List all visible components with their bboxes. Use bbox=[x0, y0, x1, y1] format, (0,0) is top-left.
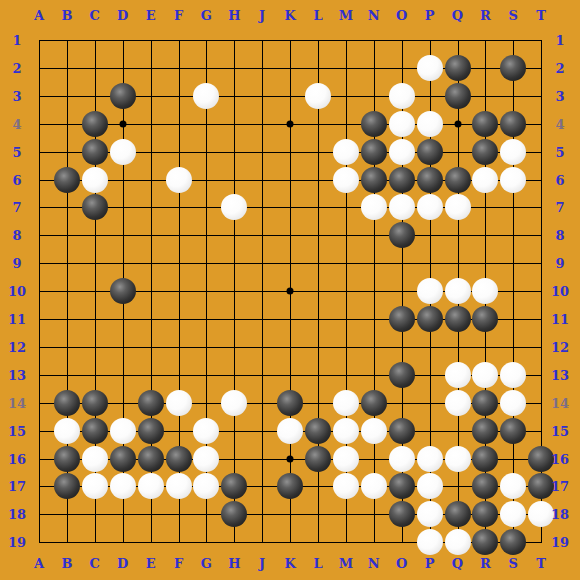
black-stone-R5[interactable] bbox=[472, 139, 498, 165]
white-stone-O5[interactable] bbox=[389, 139, 415, 165]
black-stone-O8[interactable] bbox=[389, 222, 415, 248]
white-stone-O7[interactable] bbox=[389, 194, 415, 220]
star-point-D4 bbox=[119, 120, 126, 127]
coord-label-top-M: M bbox=[339, 9, 353, 22]
coord-label-left-4: 4 bbox=[12, 117, 21, 130]
white-stone-Q13[interactable] bbox=[445, 362, 471, 388]
coord-label-right-6: 6 bbox=[555, 173, 564, 186]
coord-label-bottom-N: N bbox=[368, 557, 380, 570]
white-stone-M14[interactable] bbox=[333, 390, 359, 416]
coord-label-top-E: E bbox=[146, 9, 156, 22]
black-stone-O17[interactable] bbox=[389, 473, 415, 499]
white-stone-P10[interactable] bbox=[417, 278, 443, 304]
white-stone-G3[interactable] bbox=[193, 83, 219, 109]
coord-label-right-14: 14 bbox=[551, 396, 569, 409]
coord-label-top-L: L bbox=[313, 9, 322, 22]
black-stone-R17[interactable] bbox=[472, 473, 498, 499]
coord-label-left-2: 2 bbox=[12, 61, 21, 74]
coord-label-left-17: 17 bbox=[8, 480, 26, 493]
black-stone-S19[interactable] bbox=[500, 529, 526, 555]
coord-label-top-B: B bbox=[61, 9, 72, 22]
black-stone-Q6[interactable] bbox=[445, 167, 471, 193]
black-stone-Q18[interactable] bbox=[445, 501, 471, 527]
coord-label-bottom-J: J bbox=[259, 557, 265, 570]
black-stone-R18[interactable] bbox=[472, 501, 498, 527]
white-stone-Q7[interactable] bbox=[445, 194, 471, 220]
black-stone-B14[interactable] bbox=[54, 390, 80, 416]
coord-label-right-15: 15 bbox=[551, 424, 569, 437]
white-stone-O16[interactable] bbox=[389, 446, 415, 472]
black-stone-E15[interactable] bbox=[138, 418, 164, 444]
coord-label-bottom-R: R bbox=[480, 557, 491, 570]
coord-label-left-9: 9 bbox=[12, 257, 21, 270]
white-stone-D17[interactable] bbox=[110, 473, 136, 499]
black-stone-R16[interactable] bbox=[472, 446, 498, 472]
coord-label-left-12: 12 bbox=[8, 340, 26, 353]
white-stone-C16[interactable] bbox=[82, 446, 108, 472]
coord-label-bottom-G: G bbox=[201, 557, 212, 570]
coord-label-right-18: 18 bbox=[551, 508, 569, 521]
coord-label-bottom-M: M bbox=[339, 557, 353, 570]
white-stone-H7[interactable] bbox=[221, 194, 247, 220]
black-stone-N5[interactable] bbox=[361, 139, 387, 165]
white-stone-S5[interactable] bbox=[500, 139, 526, 165]
coord-label-right-17: 17 bbox=[551, 480, 569, 493]
black-stone-F16[interactable] bbox=[166, 446, 192, 472]
coord-label-bottom-A: A bbox=[34, 557, 44, 570]
white-stone-S18[interactable] bbox=[500, 501, 526, 527]
black-stone-C7[interactable] bbox=[82, 194, 108, 220]
coord-label-left-10: 10 bbox=[8, 285, 26, 298]
coord-label-right-13: 13 bbox=[551, 368, 569, 381]
white-stone-D5[interactable] bbox=[110, 139, 136, 165]
white-stone-N17[interactable] bbox=[361, 473, 387, 499]
black-stone-C15[interactable] bbox=[82, 418, 108, 444]
black-stone-R4[interactable] bbox=[472, 111, 498, 137]
white-stone-R13[interactable] bbox=[472, 362, 498, 388]
black-stone-N14[interactable] bbox=[361, 390, 387, 416]
black-stone-P6[interactable] bbox=[417, 167, 443, 193]
coord-label-left-5: 5 bbox=[12, 145, 21, 158]
black-stone-B16[interactable] bbox=[54, 446, 80, 472]
black-stone-Q3[interactable] bbox=[445, 83, 471, 109]
black-stone-O18[interactable] bbox=[389, 501, 415, 527]
black-stone-N6[interactable] bbox=[361, 167, 387, 193]
white-stone-P16[interactable] bbox=[417, 446, 443, 472]
coord-label-right-9: 9 bbox=[555, 257, 564, 270]
coord-label-top-K: K bbox=[284, 9, 295, 22]
coord-label-top-R: R bbox=[480, 9, 491, 22]
white-stone-K15[interactable] bbox=[277, 418, 303, 444]
white-stone-N15[interactable] bbox=[361, 418, 387, 444]
black-stone-R11[interactable] bbox=[472, 306, 498, 332]
coord-label-bottom-Q: Q bbox=[452, 557, 463, 570]
white-stone-M6[interactable] bbox=[333, 167, 359, 193]
coord-label-bottom-P: P bbox=[425, 557, 435, 570]
black-stone-B6[interactable] bbox=[54, 167, 80, 193]
coord-label-bottom-O: O bbox=[396, 557, 407, 570]
white-stone-O3[interactable] bbox=[389, 83, 415, 109]
black-stone-L15[interactable] bbox=[305, 418, 331, 444]
white-stone-F14[interactable] bbox=[166, 390, 192, 416]
white-stone-R10[interactable] bbox=[472, 278, 498, 304]
white-stone-M16[interactable] bbox=[333, 446, 359, 472]
coord-label-top-Q: Q bbox=[452, 9, 463, 22]
white-stone-F6[interactable] bbox=[166, 167, 192, 193]
black-stone-E16[interactable] bbox=[138, 446, 164, 472]
white-stone-M15[interactable] bbox=[333, 418, 359, 444]
black-stone-H17[interactable] bbox=[221, 473, 247, 499]
white-stone-P19[interactable] bbox=[417, 529, 443, 555]
white-stone-C6[interactable] bbox=[82, 167, 108, 193]
black-stone-O15[interactable] bbox=[389, 418, 415, 444]
coord-label-left-16: 16 bbox=[8, 452, 26, 465]
coord-label-top-S: S bbox=[509, 9, 518, 22]
white-stone-S17[interactable] bbox=[500, 473, 526, 499]
black-stone-D3[interactable] bbox=[110, 83, 136, 109]
black-stone-D16[interactable] bbox=[110, 446, 136, 472]
coord-label-right-4: 4 bbox=[555, 117, 564, 130]
white-stone-S6[interactable] bbox=[500, 167, 526, 193]
black-stone-S15[interactable] bbox=[500, 418, 526, 444]
star-point-K16 bbox=[287, 455, 294, 462]
coord-label-top-A: A bbox=[34, 9, 44, 22]
coord-label-bottom-B: B bbox=[61, 557, 72, 570]
coord-label-bottom-E: E bbox=[146, 557, 156, 570]
white-stone-C17[interactable] bbox=[82, 473, 108, 499]
white-stone-S14[interactable] bbox=[500, 390, 526, 416]
white-stone-P18[interactable] bbox=[417, 501, 443, 527]
white-stone-E17[interactable] bbox=[138, 473, 164, 499]
black-stone-N4[interactable] bbox=[361, 111, 387, 137]
coord-label-top-H: H bbox=[228, 9, 240, 22]
white-stone-P2[interactable] bbox=[417, 55, 443, 81]
coord-label-right-16: 16 bbox=[551, 452, 569, 465]
white-stone-G15[interactable] bbox=[193, 418, 219, 444]
black-stone-Q2[interactable] bbox=[445, 55, 471, 81]
white-stone-N7[interactable] bbox=[361, 194, 387, 220]
coord-label-left-19: 19 bbox=[8, 536, 26, 549]
black-stone-H18[interactable] bbox=[221, 501, 247, 527]
coord-label-left-18: 18 bbox=[8, 508, 26, 521]
coord-label-bottom-K: K bbox=[284, 557, 295, 570]
coord-label-bottom-L: L bbox=[313, 557, 322, 570]
coord-label-right-11: 11 bbox=[551, 313, 569, 326]
white-stone-S13[interactable] bbox=[500, 362, 526, 388]
coord-label-left-11: 11 bbox=[8, 313, 26, 326]
coord-label-right-12: 12 bbox=[551, 340, 569, 353]
coord-label-bottom-H: H bbox=[228, 557, 240, 570]
coord-label-left-3: 3 bbox=[12, 89, 21, 102]
coord-label-top-O: O bbox=[396, 9, 407, 22]
coord-label-right-10: 10 bbox=[551, 285, 569, 298]
coord-label-top-C: C bbox=[90, 9, 100, 22]
coord-label-bottom-D: D bbox=[117, 557, 128, 570]
black-stone-K14[interactable] bbox=[277, 390, 303, 416]
black-stone-R15[interactable] bbox=[472, 418, 498, 444]
coord-label-right-3: 3 bbox=[555, 89, 564, 102]
go-board[interactable]: AABBCCDDEEFFGGHHJJKKLLMMNNOOPPQQRRSSTT11… bbox=[0, 0, 580, 580]
white-stone-M5[interactable] bbox=[333, 139, 359, 165]
coord-label-right-2: 2 bbox=[555, 61, 564, 74]
star-point-K10 bbox=[287, 288, 294, 295]
black-stone-C5[interactable] bbox=[82, 139, 108, 165]
star-point-Q4 bbox=[454, 120, 461, 127]
black-stone-P5[interactable] bbox=[417, 139, 443, 165]
coord-label-left-8: 8 bbox=[12, 229, 21, 242]
black-stone-S2[interactable] bbox=[500, 55, 526, 81]
white-stone-P4[interactable] bbox=[417, 111, 443, 137]
white-stone-M17[interactable] bbox=[333, 473, 359, 499]
coord-label-top-P: P bbox=[425, 9, 435, 22]
coord-label-bottom-S: S bbox=[509, 557, 518, 570]
coord-label-right-8: 8 bbox=[555, 229, 564, 242]
white-stone-G17[interactable] bbox=[193, 473, 219, 499]
coord-label-top-N: N bbox=[368, 9, 380, 22]
black-stone-R19[interactable] bbox=[472, 529, 498, 555]
coord-label-right-5: 5 bbox=[555, 145, 564, 158]
black-stone-B17[interactable] bbox=[54, 473, 80, 499]
coord-label-left-7: 7 bbox=[12, 201, 21, 214]
white-stone-Q14[interactable] bbox=[445, 390, 471, 416]
coord-label-top-T: T bbox=[536, 9, 546, 22]
coord-label-left-13: 13 bbox=[8, 368, 26, 381]
coord-label-top-D: D bbox=[117, 9, 128, 22]
black-stone-O13[interactable] bbox=[389, 362, 415, 388]
coord-label-right-19: 19 bbox=[551, 536, 569, 549]
coord-label-left-1: 1 bbox=[12, 34, 21, 47]
black-stone-Q11[interactable] bbox=[445, 306, 471, 332]
coord-label-top-J: J bbox=[259, 9, 265, 22]
black-stone-S4[interactable] bbox=[500, 111, 526, 137]
white-stone-Q16[interactable] bbox=[445, 446, 471, 472]
grid-line-horizontal bbox=[39, 347, 542, 348]
coord-label-left-6: 6 bbox=[12, 173, 21, 186]
white-stone-R6[interactable] bbox=[472, 167, 498, 193]
coord-label-top-G: G bbox=[201, 9, 212, 22]
coord-label-right-1: 1 bbox=[555, 34, 564, 47]
coord-label-bottom-T: T bbox=[536, 557, 546, 570]
black-stone-C4[interactable] bbox=[82, 111, 108, 137]
white-stone-H14[interactable] bbox=[221, 390, 247, 416]
white-stone-P17[interactable] bbox=[417, 473, 443, 499]
coord-label-bottom-C: C bbox=[90, 557, 100, 570]
white-stone-Q10[interactable] bbox=[445, 278, 471, 304]
white-stone-D15[interactable] bbox=[110, 418, 136, 444]
black-stone-R14[interactable] bbox=[472, 390, 498, 416]
coord-label-top-F: F bbox=[174, 9, 183, 22]
star-point-K4 bbox=[287, 120, 294, 127]
white-stone-G16[interactable] bbox=[193, 446, 219, 472]
white-stone-F17[interactable] bbox=[166, 473, 192, 499]
black-stone-E14[interactable] bbox=[138, 390, 164, 416]
white-stone-P7[interactable] bbox=[417, 194, 443, 220]
black-stone-O11[interactable] bbox=[389, 306, 415, 332]
white-stone-B15[interactable] bbox=[54, 418, 80, 444]
coord-label-right-7: 7 bbox=[555, 201, 564, 214]
black-stone-P11[interactable] bbox=[417, 306, 443, 332]
white-stone-O4[interactable] bbox=[389, 111, 415, 137]
black-stone-D10[interactable] bbox=[110, 278, 136, 304]
black-stone-O6[interactable] bbox=[389, 167, 415, 193]
coord-label-left-15: 15 bbox=[8, 424, 26, 437]
coord-label-left-14: 14 bbox=[8, 396, 26, 409]
black-stone-K17[interactable] bbox=[277, 473, 303, 499]
black-stone-L16[interactable] bbox=[305, 446, 331, 472]
black-stone-C14[interactable] bbox=[82, 390, 108, 416]
white-stone-L3[interactable] bbox=[305, 83, 331, 109]
white-stone-Q19[interactable] bbox=[445, 529, 471, 555]
coord-label-bottom-F: F bbox=[174, 557, 183, 570]
